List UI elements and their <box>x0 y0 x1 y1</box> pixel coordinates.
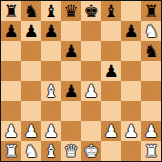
piece-white-pawn: ♟︎ <box>3 121 18 141</box>
square-a1[interactable]: ♜︎ <box>1 141 21 161</box>
piece-white-bishop: ♝︎ <box>43 141 58 161</box>
square-f4[interactable] <box>101 81 121 101</box>
square-d3[interactable] <box>61 101 81 121</box>
square-a3[interactable] <box>1 101 21 121</box>
square-g4[interactable] <box>121 81 141 101</box>
square-c6[interactable] <box>41 41 61 61</box>
square-e4[interactable]: ♟︎ <box>81 81 101 101</box>
square-b7[interactable]: ♟︎ <box>21 21 41 41</box>
piece-black-bishop: ♝︎ <box>43 1 58 21</box>
square-a6[interactable] <box>1 41 21 61</box>
square-a4[interactable] <box>1 81 21 101</box>
piece-white-pawn: ♟︎ <box>43 121 58 141</box>
square-h4[interactable] <box>141 81 161 101</box>
square-d4[interactable]: ♟︎ <box>61 81 81 101</box>
square-c4[interactable]: ♝︎ <box>41 81 61 101</box>
piece-white-pawn: ♟︎ <box>143 121 158 141</box>
piece-white-rook: ♜︎ <box>3 141 18 161</box>
square-b2[interactable]: ♟︎ <box>21 121 41 141</box>
square-c7[interactable]: ♟︎ <box>41 21 61 41</box>
square-h3[interactable] <box>141 101 161 121</box>
square-h7[interactable]: ♞︎ <box>141 21 161 41</box>
piece-white-pawn: ♟︎ <box>103 121 118 141</box>
square-h6[interactable]: ♞︎ <box>141 41 161 61</box>
piece-black-pawn: ♟︎ <box>103 61 118 81</box>
square-e3[interactable] <box>81 101 101 121</box>
square-f3[interactable] <box>101 101 121 121</box>
square-f6[interactable] <box>101 41 121 61</box>
piece-black-bishop: ♝︎ <box>103 1 118 21</box>
chess-board: ♜︎♞︎♝︎♛︎♚︎♝︎♜︎♟︎♟︎♟︎♟︎♞︎♟︎♞︎♟︎♝︎♟︎♟︎♟︎♟︎… <box>0 0 162 162</box>
piece-white-rook: ♜︎ <box>143 141 158 161</box>
square-a8[interactable]: ♜︎ <box>1 1 21 21</box>
square-a2[interactable]: ♟︎ <box>1 121 21 141</box>
square-d5[interactable] <box>61 61 81 81</box>
square-b4[interactable] <box>21 81 41 101</box>
square-g7[interactable]: ♟︎ <box>121 21 141 41</box>
square-c1[interactable]: ♝︎ <box>41 141 61 161</box>
piece-black-rook: ♜︎ <box>3 1 18 21</box>
piece-white-knight: ♞︎ <box>143 21 158 41</box>
piece-black-pawn: ♟︎ <box>3 21 18 41</box>
piece-white-pawn: ♟︎ <box>123 121 138 141</box>
square-b8[interactable]: ♞︎ <box>21 1 41 21</box>
square-b6[interactable] <box>21 41 41 61</box>
square-b1[interactable]: ♞︎ <box>21 141 41 161</box>
piece-black-pawn: ♟︎ <box>43 21 58 41</box>
square-d7[interactable] <box>61 21 81 41</box>
square-g3[interactable] <box>121 101 141 121</box>
square-c8[interactable]: ♝︎ <box>41 1 61 21</box>
square-d1[interactable]: ♛︎ <box>61 141 81 161</box>
square-e8[interactable]: ♚︎ <box>81 1 101 21</box>
piece-white-queen: ♛︎ <box>63 141 78 161</box>
piece-black-pawn: ♟︎ <box>123 21 138 41</box>
square-h2[interactable]: ♟︎ <box>141 121 161 141</box>
square-h8[interactable]: ♜︎ <box>141 1 161 21</box>
piece-white-knight: ♞︎ <box>23 141 38 161</box>
piece-white-king: ♚︎ <box>83 141 98 161</box>
square-g5[interactable] <box>121 61 141 81</box>
square-h5[interactable] <box>141 61 161 81</box>
square-f8[interactable]: ♝︎ <box>101 1 121 21</box>
piece-black-pawn: ♟︎ <box>63 81 78 101</box>
square-c3[interactable] <box>41 101 61 121</box>
piece-white-bishop: ♝︎ <box>43 81 58 101</box>
square-a5[interactable] <box>1 61 21 81</box>
square-g2[interactable]: ♟︎ <box>121 121 141 141</box>
square-e1[interactable]: ♚︎ <box>81 141 101 161</box>
square-g1[interactable] <box>121 141 141 161</box>
square-b5[interactable] <box>21 61 41 81</box>
square-e7[interactable] <box>81 21 101 41</box>
square-g6[interactable] <box>121 41 141 61</box>
square-f7[interactable] <box>101 21 121 41</box>
piece-black-king: ♚︎ <box>83 1 98 21</box>
square-g8[interactable] <box>121 1 141 21</box>
piece-white-pawn: ♟︎ <box>83 81 98 101</box>
square-c5[interactable] <box>41 61 61 81</box>
square-c2[interactable]: ♟︎ <box>41 121 61 141</box>
square-f1[interactable] <box>101 141 121 161</box>
piece-white-pawn: ♟︎ <box>23 121 38 141</box>
piece-black-queen: ♛︎ <box>63 1 78 21</box>
piece-black-knight: ♞︎ <box>23 1 38 21</box>
square-e6[interactable] <box>81 41 101 61</box>
square-a7[interactable]: ♟︎ <box>1 21 21 41</box>
square-b3[interactable] <box>21 101 41 121</box>
square-e5[interactable] <box>81 61 101 81</box>
square-d6[interactable]: ♟︎ <box>61 41 81 61</box>
square-f5[interactable]: ♟︎ <box>101 61 121 81</box>
square-d8[interactable]: ♛︎ <box>61 1 81 21</box>
square-d2[interactable] <box>61 121 81 141</box>
square-e2[interactable] <box>81 121 101 141</box>
piece-black-knight: ♞︎ <box>143 41 158 61</box>
piece-black-rook: ♜︎ <box>143 1 158 21</box>
piece-black-pawn: ♟︎ <box>23 21 38 41</box>
square-f2[interactable]: ♟︎ <box>101 121 121 141</box>
square-h1[interactable]: ♜︎ <box>141 141 161 161</box>
piece-black-pawn: ♟︎ <box>63 41 78 61</box>
